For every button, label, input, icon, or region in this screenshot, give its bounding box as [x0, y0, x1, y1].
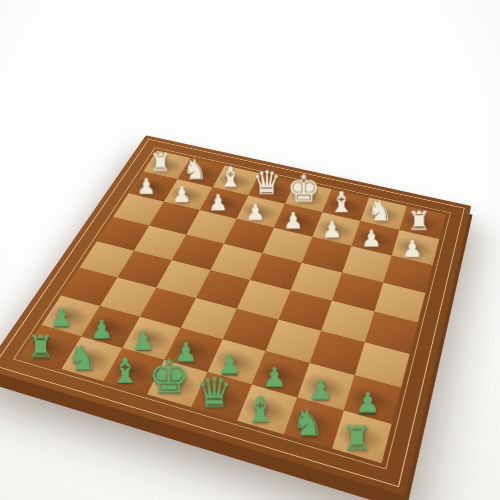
- piece-cream-knight: ♞: [367, 196, 393, 225]
- piece-green-pawn: ♟: [308, 377, 333, 404]
- square-b6: [149, 202, 200, 235]
- square-a7: ♟: [129, 171, 178, 201]
- piece-green-rook: ♜: [342, 422, 372, 456]
- piece-cream-rook: ♜: [407, 208, 431, 235]
- piece-cream-bishop: ♝: [218, 163, 243, 191]
- square-f4: [278, 290, 331, 331]
- square-c4: [156, 260, 210, 298]
- piece-cream-pawn: ♟: [245, 201, 265, 223]
- piece-cream-pawn: ♟: [283, 209, 303, 232]
- piece-cream-rook: ♜: [149, 151, 171, 176]
- chess-board: ♜♞♝♛♚♝♞♜♟♟♟♟♟♟♟♟♟♟♟♟♟♟♟♟♜♞♝♚♛♝♞♜: [0, 135, 471, 496]
- piece-green-rook: ♜: [27, 332, 54, 363]
- square-c7: ♟: [200, 187, 249, 219]
- piece-cream-pawn: ♟: [208, 192, 228, 214]
- piece-green-queen: ♛: [196, 372, 233, 413]
- piece-cream-pawn: ♟: [172, 184, 192, 206]
- square-d7: ♟: [237, 195, 286, 227]
- square-h3: [355, 342, 410, 388]
- piece-cream-pawn: ♟: [322, 218, 343, 241]
- square-h2: ♟: [344, 375, 401, 424]
- piece-green-bishop: ♝: [110, 353, 141, 388]
- square-f5: [291, 263, 343, 301]
- piece-cream-knight: ♞: [183, 156, 208, 184]
- square-h7: ♟: [392, 230, 440, 265]
- board-squares: ♜♞♝♛♚♝♞♜♟♟♟♟♟♟♟♟♟♟♟♟♟♟♟♟♜♞♝♚♛♝♞♜: [20, 151, 445, 464]
- piece-cream-bishop: ♝: [328, 188, 354, 217]
- square-d3: [181, 298, 237, 339]
- square-h1: ♜: [332, 411, 392, 464]
- photo-backdrop: ♜♞♝♛♚♝♞♜♟♟♟♟♟♟♟♟♟♟♟♟♟♟♟♟♜♞♝♚♛♝♞♜: [0, 0, 500, 500]
- piece-green-bishop: ♝: [244, 391, 276, 427]
- square-e7: ♟: [274, 204, 322, 237]
- piece-cream-pawn: ♟: [136, 176, 156, 198]
- piece-cream-queen: ♛: [252, 167, 281, 200]
- board-scene: ♜♞♝♛♚♝♞♜♟♟♟♟♟♟♟♟♟♟♟♟♟♟♟♟♜♞♝♚♛♝♞♜: [0, 0, 500, 500]
- piece-green-king: ♚: [148, 354, 190, 401]
- piece-cream-king: ♚: [287, 170, 321, 208]
- square-g5: [332, 273, 383, 312]
- piece-green-knight: ♞: [67, 341, 98, 375]
- square-e3: [223, 309, 279, 351]
- square-f1: ♝: [237, 385, 297, 435]
- piece-cream-pawn: ♟: [401, 237, 422, 260]
- piece-green-knight: ♞: [291, 405, 324, 442]
- square-c6: [186, 210, 236, 243]
- board-frame: ♜♞♝♛♚♝♞♜♟♟♟♟♟♟♟♟♟♟♟♟♟♟♟♟♜♞♝♚♛♝♞♜: [0, 135, 471, 496]
- piece-cream-pawn: ♟: [361, 227, 382, 250]
- piece-green-pawn: ♟: [355, 390, 380, 418]
- square-a6: [113, 193, 164, 225]
- square-g4: [321, 301, 374, 343]
- piece-green-pawn: ♟: [50, 305, 73, 330]
